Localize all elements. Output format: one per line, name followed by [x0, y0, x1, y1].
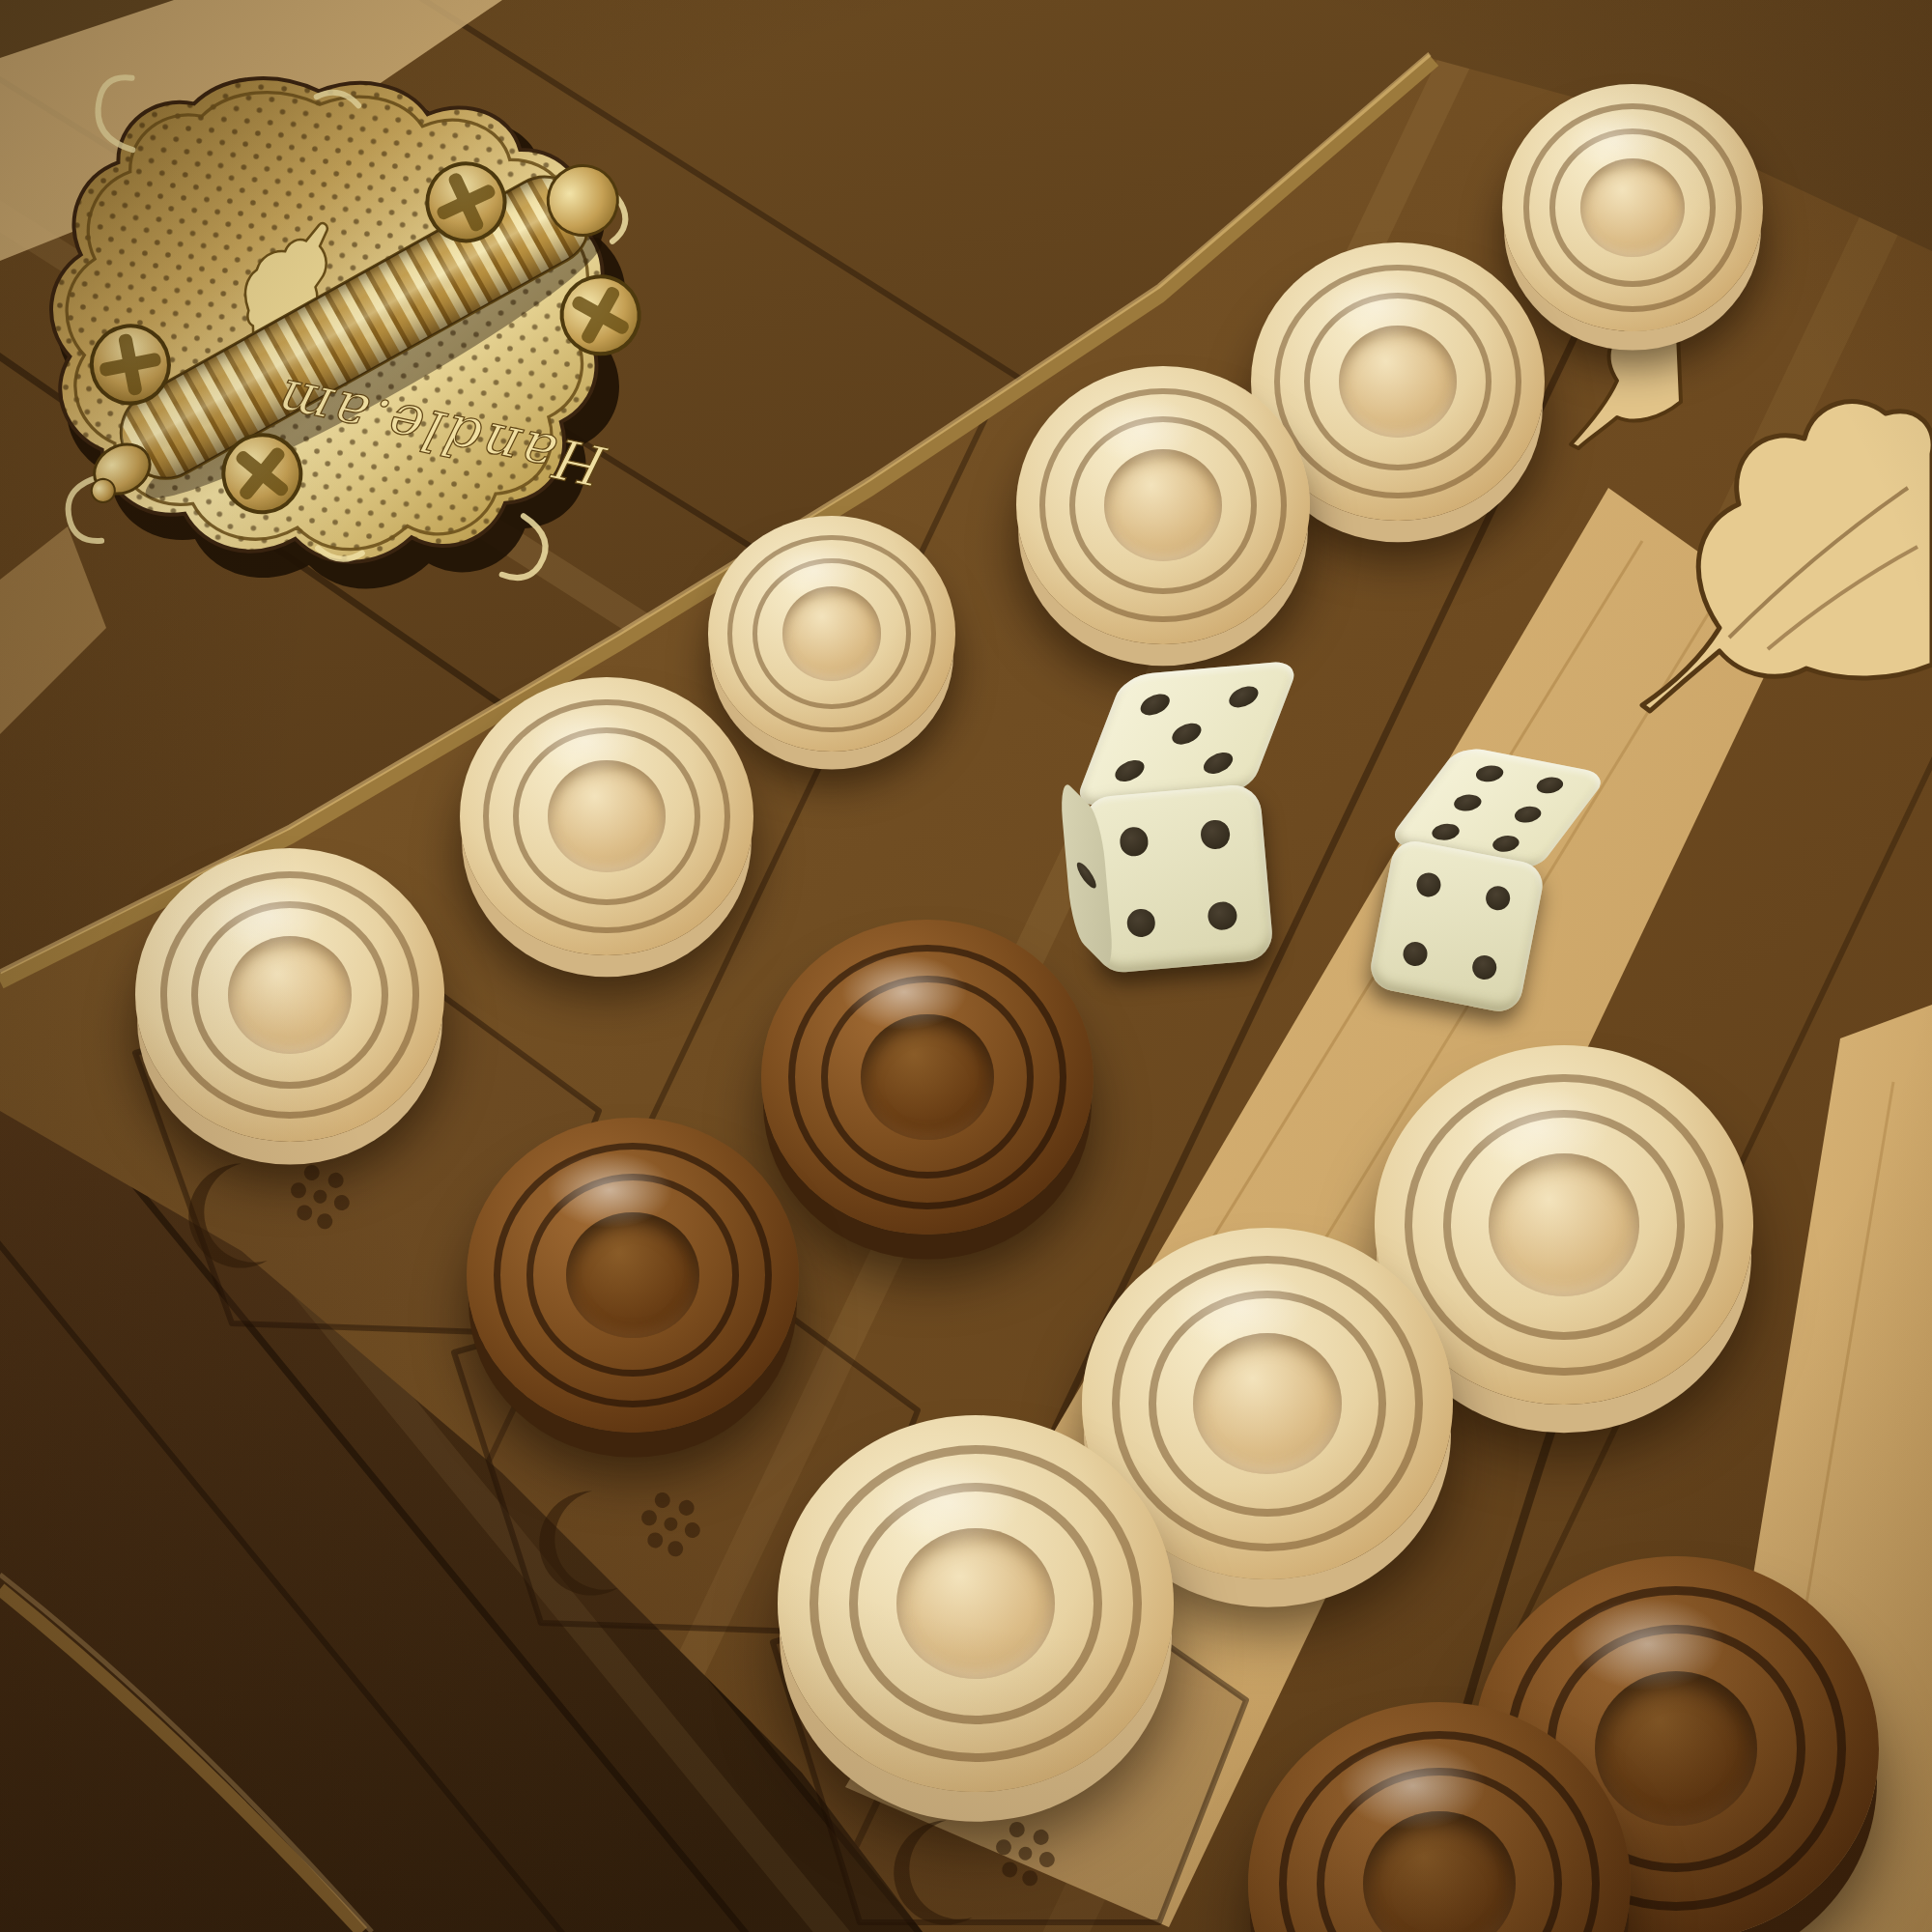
checker-brown[interactable] — [467, 1118, 799, 1434]
checker-white[interactable] — [1016, 366, 1310, 645]
checker-white[interactable] — [135, 848, 444, 1142]
checker-white[interactable] — [460, 677, 753, 956]
pieces-layer — [0, 0, 1932, 1932]
backgammon-board-photo: Handle.am — [0, 0, 1932, 1932]
checker-white[interactable] — [778, 1415, 1174, 1792]
checker-white[interactable] — [708, 516, 955, 751]
checker-brown[interactable] — [761, 920, 1094, 1236]
die-face-top — [1073, 660, 1301, 808]
die-face-front — [1367, 837, 1546, 1015]
checker-white[interactable] — [1502, 84, 1763, 332]
die-right[interactable] — [1365, 736, 1576, 1012]
die-left[interactable] — [1067, 664, 1285, 969]
